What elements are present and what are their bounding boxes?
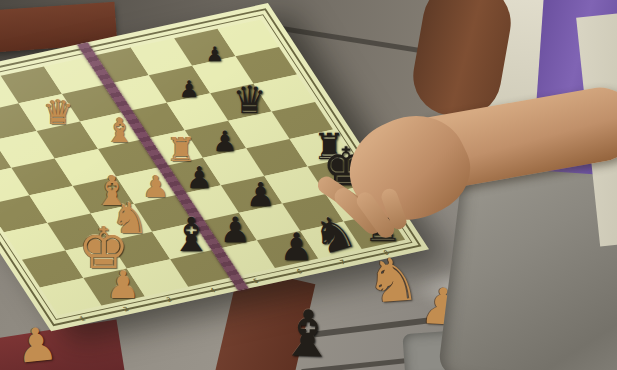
captured-white-knight[interactable]: ♞ xyxy=(364,248,422,312)
piece-black-pawn-f6[interactable]: ♟ xyxy=(245,178,275,211)
piece-black-pawn-e5[interactable]: ♟ xyxy=(185,163,212,193)
captured-white-pawn[interactable]: ♟ xyxy=(14,320,60,370)
board-rank-label-1: 1 xyxy=(79,315,87,322)
park-chess-photo: ♟♛♟♝♛♜♟♝♟♟♜♞♟♚♚♝♟♟♟♞♜ 12345678 ♟♞♟♝ xyxy=(0,0,617,370)
piece-black-queen-c7[interactable]: ♛ xyxy=(232,81,266,119)
piece-white-bishop-c4[interactable]: ♝ xyxy=(104,114,134,148)
captured-black-bishop[interactable]: ♝ xyxy=(278,301,338,367)
piece-black-bishop-g4[interactable]: ♝ xyxy=(169,211,211,258)
piece-black-pawn-d6[interactable]: ♟ xyxy=(212,128,237,156)
piece-white-pawn-h2[interactable]: ♟ xyxy=(105,266,139,304)
board-rank-label-3: 3 xyxy=(165,296,173,303)
piece-white-queen-b3[interactable]: ♛ xyxy=(43,95,73,129)
piece-black-pawn-b6[interactable]: ♟ xyxy=(178,78,199,101)
board-rank-label-5: 5 xyxy=(252,278,260,285)
piece-black-pawn-g5[interactable]: ♟ xyxy=(219,213,250,248)
piece-black-pawn-h6[interactable]: ♟ xyxy=(279,229,313,267)
board-rank-label-4: 4 xyxy=(209,287,217,294)
piece-black-pawn-a7[interactable]: ♟ xyxy=(205,44,223,64)
